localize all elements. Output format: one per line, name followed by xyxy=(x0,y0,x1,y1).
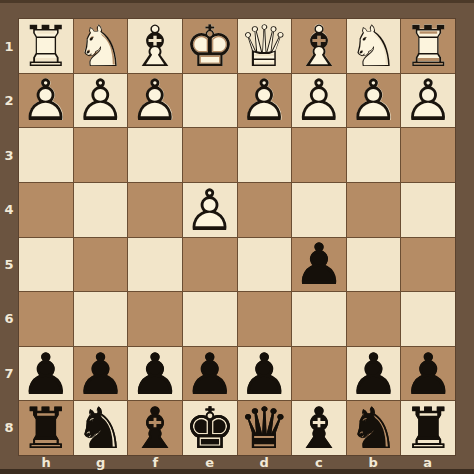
piece-outline-glyph: ♙ xyxy=(74,74,128,128)
piece-outline-glyph: ♖ xyxy=(19,401,73,455)
square-h8[interactable]: ♜♖ xyxy=(19,401,73,455)
square-e8[interactable]: ♚♔ xyxy=(183,401,237,455)
square-c3[interactable] xyxy=(292,128,346,182)
piece-outline-glyph: ♙ xyxy=(74,347,128,401)
piece-outline-glyph: ♕ xyxy=(238,401,292,455)
square-e2[interactable] xyxy=(183,74,237,128)
piece-outline-glyph: ♙ xyxy=(347,74,401,128)
rank-label-7: 7 xyxy=(0,346,18,401)
square-d8[interactable]: ♛♕ xyxy=(238,401,292,455)
piece-white-pawn-c2[interactable]: ♟♙ xyxy=(292,74,346,128)
piece-outline-glyph: ♙ xyxy=(19,74,73,128)
square-c8[interactable]: ♝♗ xyxy=(292,401,346,455)
piece-white-bishop-f1[interactable]: ♝♗ xyxy=(128,19,182,73)
rank-label-3: 3 xyxy=(0,128,18,183)
square-e4[interactable]: ♟♙ xyxy=(183,183,237,237)
piece-white-pawn-d2[interactable]: ♟♙ xyxy=(238,74,292,128)
square-c1[interactable]: ♝♗ xyxy=(292,19,346,73)
square-c2[interactable]: ♟♙ xyxy=(292,74,346,128)
square-a4[interactable] xyxy=(401,183,455,237)
square-c4[interactable] xyxy=(292,183,346,237)
rank-label-5: 5 xyxy=(0,237,18,292)
square-a8[interactable]: ♜♖ xyxy=(401,401,455,455)
square-f2[interactable]: ♟♙ xyxy=(128,74,182,128)
square-d5[interactable] xyxy=(238,238,292,292)
square-a1[interactable]: ♜♖ xyxy=(401,19,455,73)
piece-outline-glyph: ♗ xyxy=(292,19,346,73)
piece-outline-glyph: ♗ xyxy=(128,401,182,455)
piece-black-pawn-c5[interactable]: ♟♙ xyxy=(292,238,346,292)
chess-board: ♜♖♞♘♝♗♚♔♛♕♝♗♞♘♜♖♟♙♟♙♟♙♟♙♟♙♟♙♟♙♟♙♟♙♟♙♟♙♟♙… xyxy=(18,18,456,456)
piece-outline-glyph: ♔ xyxy=(183,19,237,73)
square-h7[interactable]: ♟♙ xyxy=(19,347,73,401)
piece-outline-glyph: ♖ xyxy=(19,19,73,73)
piece-white-queen-d1[interactable]: ♛♕ xyxy=(238,19,292,73)
piece-outline-glyph: ♕ xyxy=(238,19,292,73)
piece-white-king-e1[interactable]: ♚♔ xyxy=(183,19,237,73)
piece-outline-glyph: ♙ xyxy=(128,347,182,401)
piece-white-pawn-h2[interactable]: ♟♙ xyxy=(19,74,73,128)
piece-black-pawn-g7[interactable]: ♟♙ xyxy=(74,347,128,401)
piece-black-king-e8[interactable]: ♚♔ xyxy=(183,401,237,455)
square-a6[interactable] xyxy=(401,292,455,346)
piece-outline-glyph: ♙ xyxy=(347,347,401,401)
rank-label-4: 4 xyxy=(0,183,18,238)
rank-label-2: 2 xyxy=(0,74,18,129)
square-h6[interactable] xyxy=(19,292,73,346)
square-f7[interactable]: ♟♙ xyxy=(128,347,182,401)
piece-white-pawn-a2[interactable]: ♟♙ xyxy=(401,74,455,128)
piece-outline-glyph: ♙ xyxy=(183,183,237,237)
square-f6[interactable] xyxy=(128,292,182,346)
piece-black-queen-d8[interactable]: ♛♕ xyxy=(238,401,292,455)
square-g3[interactable] xyxy=(74,128,128,182)
piece-black-rook-a8[interactable]: ♜♖ xyxy=(401,401,455,455)
piece-white-pawn-b2[interactable]: ♟♙ xyxy=(347,74,401,128)
piece-outline-glyph: ♘ xyxy=(74,401,128,455)
square-f4[interactable] xyxy=(128,183,182,237)
piece-white-pawn-f2[interactable]: ♟♙ xyxy=(128,74,182,128)
square-h3[interactable] xyxy=(19,128,73,182)
square-g5[interactable] xyxy=(74,238,128,292)
piece-outline-glyph: ♙ xyxy=(19,347,73,401)
square-c7[interactable] xyxy=(292,347,346,401)
piece-outline-glyph: ♙ xyxy=(292,74,346,128)
piece-white-knight-b1[interactable]: ♞♘ xyxy=(347,19,401,73)
piece-outline-glyph: ♙ xyxy=(238,74,292,128)
square-f3[interactable] xyxy=(128,128,182,182)
square-b1[interactable]: ♞♘ xyxy=(347,19,401,73)
piece-outline-glyph: ♔ xyxy=(183,401,237,455)
piece-outline-glyph: ♖ xyxy=(401,19,455,73)
square-g2[interactable]: ♟♙ xyxy=(74,74,128,128)
piece-black-knight-g8[interactable]: ♞♘ xyxy=(74,401,128,455)
piece-outline-glyph: ♙ xyxy=(183,347,237,401)
square-b4[interactable] xyxy=(347,183,401,237)
square-a7[interactable]: ♟♙ xyxy=(401,347,455,401)
square-g8[interactable]: ♞♘ xyxy=(74,401,128,455)
piece-black-bishop-f8[interactable]: ♝♗ xyxy=(128,401,182,455)
piece-outline-glyph: ♙ xyxy=(401,74,455,128)
piece-black-rook-h8[interactable]: ♜♖ xyxy=(19,401,73,455)
piece-black-bishop-c8[interactable]: ♝♗ xyxy=(292,401,346,455)
square-e3[interactable] xyxy=(183,128,237,182)
rank-label-8: 8 xyxy=(0,401,18,456)
square-h5[interactable] xyxy=(19,238,73,292)
square-d3[interactable] xyxy=(238,128,292,182)
square-d6[interactable] xyxy=(238,292,292,346)
square-b8[interactable]: ♞♘ xyxy=(347,401,401,455)
square-b2[interactable]: ♟♙ xyxy=(347,74,401,128)
square-b7[interactable]: ♟♙ xyxy=(347,347,401,401)
piece-outline-glyph: ♙ xyxy=(128,74,182,128)
piece-white-pawn-e4[interactable]: ♟♙ xyxy=(183,183,237,237)
piece-outline-glyph: ♘ xyxy=(74,19,128,73)
piece-black-pawn-b7[interactable]: ♟♙ xyxy=(347,347,401,401)
square-d1[interactable]: ♛♕ xyxy=(238,19,292,73)
piece-outline-glyph: ♘ xyxy=(347,401,401,455)
rank-label-1: 1 xyxy=(0,19,18,74)
square-d2[interactable]: ♟♙ xyxy=(238,74,292,128)
square-d4[interactable] xyxy=(238,183,292,237)
square-g4[interactable] xyxy=(74,183,128,237)
square-h2[interactable]: ♟♙ xyxy=(19,74,73,128)
piece-white-pawn-g2[interactable]: ♟♙ xyxy=(74,74,128,128)
square-a2[interactable]: ♟♙ xyxy=(401,74,455,128)
square-g1[interactable]: ♞♘ xyxy=(74,19,128,73)
piece-outline-glyph: ♗ xyxy=(128,19,182,73)
piece-black-pawn-e7[interactable]: ♟♙ xyxy=(183,347,237,401)
piece-outline-glyph: ♙ xyxy=(401,347,455,401)
square-e5[interactable] xyxy=(183,238,237,292)
square-f5[interactable] xyxy=(128,238,182,292)
piece-outline-glyph: ♘ xyxy=(347,19,401,73)
piece-white-bishop-c1[interactable]: ♝♗ xyxy=(292,19,346,73)
square-b3[interactable] xyxy=(347,128,401,182)
piece-black-pawn-d7[interactable]: ♟♙ xyxy=(238,347,292,401)
square-a3[interactable] xyxy=(401,128,455,182)
square-d7[interactable]: ♟♙ xyxy=(238,347,292,401)
square-h1[interactable]: ♜♖ xyxy=(19,19,73,73)
square-e7[interactable]: ♟♙ xyxy=(183,347,237,401)
piece-white-knight-g1[interactable]: ♞♘ xyxy=(74,19,128,73)
square-h4[interactable] xyxy=(19,183,73,237)
chess-board-frame: 12345678 hgfedcba ♜♖♞♘♝♗♚♔♛♕♝♗♞♘♜♖♟♙♟♙♟♙… xyxy=(0,0,474,474)
piece-black-knight-b8[interactable]: ♞♘ xyxy=(347,401,401,455)
square-c6[interactable] xyxy=(292,292,346,346)
piece-outline-glyph: ♙ xyxy=(238,347,292,401)
piece-black-pawn-f7[interactable]: ♟♙ xyxy=(128,347,182,401)
square-e6[interactable] xyxy=(183,292,237,346)
piece-outline-glyph: ♙ xyxy=(292,238,346,292)
square-e1[interactable]: ♚♔ xyxy=(183,19,237,73)
piece-black-pawn-a7[interactable]: ♟♙ xyxy=(401,347,455,401)
square-a5[interactable] xyxy=(401,238,455,292)
piece-outline-glyph: ♖ xyxy=(401,401,455,455)
square-g6[interactable] xyxy=(74,292,128,346)
rank-label-6: 6 xyxy=(0,292,18,347)
square-g7[interactable]: ♟♙ xyxy=(74,347,128,401)
piece-outline-glyph: ♗ xyxy=(292,401,346,455)
piece-white-rook-a1[interactable]: ♜♖ xyxy=(401,19,455,73)
square-b5[interactable] xyxy=(347,238,401,292)
square-b6[interactable] xyxy=(347,292,401,346)
square-f8[interactable]: ♝♗ xyxy=(128,401,182,455)
piece-white-rook-h1[interactable]: ♜♖ xyxy=(19,19,73,73)
piece-black-pawn-h7[interactable]: ♟♙ xyxy=(19,347,73,401)
square-f1[interactable]: ♝♗ xyxy=(128,19,182,73)
square-c5[interactable]: ♟♙ xyxy=(292,238,346,292)
